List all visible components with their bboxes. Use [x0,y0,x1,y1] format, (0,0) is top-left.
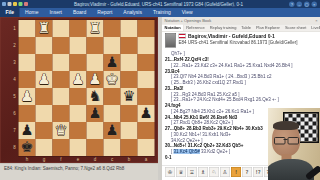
square-e5[interactable] [70,88,87,105]
square-d7[interactable] [87,122,104,139]
black-pawn-c7[interactable]: ♟ [104,122,121,139]
square-c3[interactable]: ♟ [104,54,121,71]
application-window: Bagirov,Vladimir - Gufeld,Eduard, URS-ch… [0,0,320,180]
good-move-button[interactable]: ! [231,167,241,177]
interesting-move-button[interactable]: !? [253,167,263,177]
square-a7[interactable] [138,122,155,139]
rank-label-7: 7 [11,122,18,139]
square-a5[interactable] [138,88,155,105]
square-h7[interactable]: ♟ [19,122,36,139]
square-a2[interactable] [138,37,155,54]
knight-button[interactable]: ♘ [209,167,219,177]
square-h8[interactable]: ♚ [19,139,36,156]
rank-label-1: 1 [11,20,18,37]
notation-tab-reference[interactable]: Reference [184,25,207,32]
square-e4[interactable]: ♟ [70,71,87,88]
event-text: E84 URS-ch41 Semifinal Kirovabad 86.1973… [179,40,298,45]
square-d3[interactable] [87,54,104,71]
chess-board[interactable]: ♜♜♟♟♟♟♚♟♞♛♟♟♟♛♟♚ [19,20,155,156]
glasses-right-lens [288,137,300,145]
square-b2[interactable] [121,37,138,54]
white-pawn-d4[interactable]: ♟ [87,71,104,88]
square-h3[interactable] [19,54,36,71]
pawn-button[interactable]: ♙ [220,167,230,177]
square-d6[interactable]: ♟ [87,105,104,122]
square-e3[interactable] [70,54,87,71]
pane-caption-bar: Notation + Openings Book × [162,17,320,25]
mistake-button[interactable]: ? [242,167,252,177]
square-b4[interactable] [121,71,138,88]
notation-tab-plan-explorer[interactable]: Plan Explorer [253,25,282,32]
rank-label-2: 2 [11,37,18,54]
rank-label-5: 5 [11,88,18,105]
square-d2[interactable] [87,37,104,54]
square-d4[interactable]: ♟ [87,71,104,88]
notation-tab-table[interactable]: Table [239,25,254,32]
square-f8[interactable] [53,139,70,156]
notation-tab-score-sheet[interactable]: Score sheet [282,25,308,32]
square-f5[interactable] [53,88,70,105]
square-f1[interactable] [53,20,70,37]
square-a6[interactable]: ♟ [138,105,155,122]
maximize-icon[interactable]: ▢ [304,1,310,7]
board-panel: 12345678 ♜♜♟♟♟♟♚♟♞♛♟♟♟♛♟♚ hgfedcba [0,17,158,163]
ribbon-tab-bar: FileHomeInsertBoardReportAnalysisTrainin… [0,8,320,17]
square-g7[interactable] [36,122,53,139]
white-king-c4[interactable]: ♚ [104,71,121,88]
status-bar: E84: King's Indian: Saemisch, Panno; 7.N… [0,163,158,180]
title-bar: Bagirov,Vladimir - Gufeld,Eduard, URS-ch… [0,0,320,8]
rank-label-6: 6 [11,105,18,122]
square-e8[interactable] [70,139,87,156]
square-f4[interactable] [53,71,70,88]
white-queen-f7[interactable]: ♛ [53,122,70,139]
square-g6[interactable] [36,105,53,122]
white-rook-g1[interactable]: ♜ [36,20,53,37]
white-pawn-e4[interactable]: ♟ [70,71,87,88]
square-a8[interactable] [138,139,155,156]
black-pawn-a6[interactable]: ♟ [138,105,155,122]
square-f3[interactable] [53,54,70,71]
game-header: Bagirov,Vladimir - Gufeld,Eduard 0-1 E84… [162,32,320,50]
king-button[interactable]: ♔ [165,167,175,177]
square-g1[interactable]: ♜ [36,20,53,37]
square-a4[interactable] [138,71,155,88]
notation-tab-bar: NotationReferenceReplay trainingTablePla… [162,25,320,32]
square-c4[interactable]: ♚ [104,71,121,88]
black-queen-b5[interactable]: ♛ [121,88,138,105]
black-knight-d5[interactable]: ♞ [87,88,104,105]
square-e7[interactable] [70,122,87,139]
ribbon-tab-insert[interactable]: Insert [44,8,68,17]
square-d1[interactable]: ♜ [87,20,104,37]
pane-close-icon[interactable]: × [315,18,317,23]
country-flag-icon [179,33,187,38]
square-e1[interactable] [70,20,87,37]
rook-button[interactable]: ♖ [187,167,197,177]
square-g4[interactable]: ♟ [36,71,53,88]
save-icon[interactable] [13,2,17,6]
ribbon-tab-view[interactable]: View [176,8,198,17]
square-b1[interactable] [121,20,138,37]
square-h1[interactable] [19,20,36,37]
square-f6[interactable] [53,105,70,122]
square-g8[interactable] [36,139,53,156]
square-h2[interactable] [19,37,36,54]
window-title: Bagirov,Vladimir - Gufeld,Eduard, URS-ch… [28,2,289,7]
square-e2[interactable] [70,37,87,54]
window-controls: ?–▢× [289,1,317,7]
black-king-h8[interactable]: ♚ [19,139,36,156]
open-icon[interactable] [8,2,12,6]
black-pawn-c3[interactable]: ♟ [104,54,121,71]
players-result-text: Bagirov,Vladimir - Gufeld,Eduard 0-1 [188,33,275,39]
notation-tab-replay-training[interactable]: Replay training [207,25,239,32]
rank-labels: 12345678 [11,20,18,156]
black-pawn-d6[interactable]: ♟ [87,105,104,122]
square-g2[interactable] [36,37,53,54]
square-d8[interactable] [87,139,104,156]
square-b3[interactable] [121,54,138,71]
ribbon-tab-board[interactable]: Board [67,8,91,17]
ribbon-tab-home[interactable]: Home [20,8,44,17]
minimize-icon[interactable]: – [297,1,303,7]
square-f7[interactable]: ♛ [53,122,70,139]
rank-label-4: 4 [11,71,18,88]
queen-button[interactable]: ♕ [176,167,186,177]
square-c5[interactable] [104,88,121,105]
ribbon-tab-analysis[interactable]: Analysis [118,8,148,17]
ribbon-tab-file[interactable]: File [0,8,20,17]
square-h5[interactable]: ♟ [19,88,36,105]
square-h6[interactable] [19,105,36,122]
ribbon-tab-training[interactable]: Training [147,8,176,17]
square-d5[interactable]: ♞ [87,88,104,105]
quick-access-toolbar [2,2,28,6]
opening-name-text: E84: King's Indian: Saemisch, Panno; 7.N… [4,166,158,171]
undo-icon[interactable] [19,2,23,6]
square-b5[interactable]: ♛ [121,88,138,105]
square-b6[interactable] [121,105,138,122]
selected-move[interactable]: 31.Kc4 Qb5# [174,149,200,154]
presenter-hair [273,121,299,130]
rank-label-8: 8 [11,139,18,156]
notation-tab-notation[interactable]: Notation [162,25,184,32]
square-c7[interactable]: ♟ [104,122,121,139]
square-f2[interactable] [53,37,70,54]
new-board-icon[interactable] [2,2,6,6]
square-c1[interactable] [104,20,121,37]
white-pawn-g4[interactable]: ♟ [36,71,53,88]
glasses-bridge [284,139,288,140]
help-icon[interactable]: ? [289,1,295,7]
notation-tab-livebook[interactable]: LiveBook [309,25,320,32]
square-c8[interactable] [104,139,121,156]
bishop-button[interactable]: ♗ [198,167,208,177]
black-pawn-h7[interactable]: ♟ [19,122,36,139]
close-icon[interactable]: × [312,1,318,7]
square-b8[interactable] [121,139,138,156]
square-b7[interactable] [121,122,138,139]
pane-caption-text: Notation + Openings Book [165,18,316,23]
white-pawn-h5[interactable]: ♟ [19,88,36,105]
webcam-overlay [268,108,320,180]
square-e6[interactable] [70,105,87,122]
white-rook-d1[interactable]: ♜ [87,20,104,37]
square-g5[interactable] [36,88,53,105]
square-a1[interactable] [138,20,155,37]
player-photo [165,33,176,48]
ribbon-tab-report[interactable]: Report [92,8,118,17]
square-c2[interactable] [104,37,121,54]
square-c6[interactable] [104,105,121,122]
square-g3[interactable] [36,54,53,71]
square-h4[interactable] [19,71,36,88]
rank-label-3: 3 [11,54,18,71]
square-a3[interactable] [138,54,155,71]
